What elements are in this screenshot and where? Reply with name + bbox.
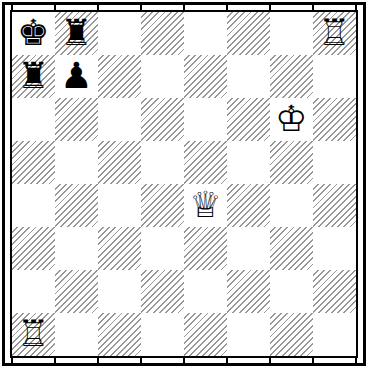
square-g1 (270, 313, 313, 356)
square-c1 (98, 313, 141, 356)
file-boundary-tick (54, 5, 56, 10)
square-e3 (184, 227, 227, 270)
piece-black-rook: ♜ (60, 11, 92, 54)
square-d5 (141, 141, 184, 184)
piece-white-queen: ♕ (189, 183, 221, 226)
square-h2 (313, 270, 356, 313)
square-e2 (184, 270, 227, 313)
square-d6 (141, 98, 184, 141)
square-b5 (55, 141, 98, 184)
piece-white-king: ♔ (275, 97, 307, 140)
square-b4 (55, 184, 98, 227)
square-a4 (12, 184, 55, 227)
piece-black-pawn: ♟ (60, 54, 92, 97)
square-g2 (270, 270, 313, 313)
square-g5 (270, 141, 313, 184)
board-inner-frame: ♚♜♖♜♟♔♕♖ (10, 10, 358, 358)
board-grid: ♚♜♖♜♟♔♕♖ (12, 12, 356, 356)
file-boundary-tick (355, 5, 357, 10)
file-boundary-tick (54, 358, 56, 363)
square-b3 (55, 227, 98, 270)
file-boundary-tick (140, 5, 142, 10)
square-e8 (184, 12, 227, 55)
square-f2 (227, 270, 270, 313)
file-boundary-tick (312, 358, 314, 363)
square-h8: ♖ (313, 12, 356, 55)
square-b8: ♜ (55, 12, 98, 55)
file-boundary-tick (140, 358, 142, 363)
square-d8 (141, 12, 184, 55)
square-c4 (98, 184, 141, 227)
file-boundary-tick (183, 5, 185, 10)
square-a2 (12, 270, 55, 313)
file-boundary-tick (269, 358, 271, 363)
square-a5 (12, 141, 55, 184)
square-b6 (55, 98, 98, 141)
file-boundary-tick (97, 5, 99, 10)
square-a6 (12, 98, 55, 141)
square-f3 (227, 227, 270, 270)
square-h7 (313, 55, 356, 98)
square-c5 (98, 141, 141, 184)
square-h3 (313, 227, 356, 270)
square-b2 (55, 270, 98, 313)
square-f4 (227, 184, 270, 227)
square-h5 (313, 141, 356, 184)
square-d1 (141, 313, 184, 356)
square-a7: ♜ (12, 55, 55, 98)
square-a3 (12, 227, 55, 270)
piece-white-rook: ♖ (318, 11, 350, 54)
piece-white-rook: ♖ (17, 312, 49, 355)
square-f1 (227, 313, 270, 356)
chess-board: ♚♜♖♜♟♔♕♖ (2, 2, 366, 366)
square-e1 (184, 313, 227, 356)
file-boundary-tick (11, 5, 13, 10)
square-f5 (227, 141, 270, 184)
square-b1 (55, 313, 98, 356)
square-d3 (141, 227, 184, 270)
square-g6: ♔ (270, 98, 313, 141)
square-c3 (98, 227, 141, 270)
square-c7 (98, 55, 141, 98)
square-g3 (270, 227, 313, 270)
file-boundary-tick (11, 358, 13, 363)
square-e5 (184, 141, 227, 184)
square-a8: ♚ (12, 12, 55, 55)
diagram-page: ♚♜♖♜♟♔♕♖ (0, 0, 370, 369)
file-boundary-tick (355, 358, 357, 363)
square-e7 (184, 55, 227, 98)
square-d2 (141, 270, 184, 313)
square-d7 (141, 55, 184, 98)
square-g7 (270, 55, 313, 98)
square-c6 (98, 98, 141, 141)
square-a1: ♖ (12, 313, 55, 356)
square-g4 (270, 184, 313, 227)
file-boundary-tick (312, 5, 314, 10)
file-boundary-tick (226, 358, 228, 363)
file-boundary-tick (269, 5, 271, 10)
square-g8 (270, 12, 313, 55)
square-d4 (141, 184, 184, 227)
square-h6 (313, 98, 356, 141)
square-f7 (227, 55, 270, 98)
file-boundary-tick (226, 5, 228, 10)
square-e6 (184, 98, 227, 141)
square-f8 (227, 12, 270, 55)
file-boundary-tick (183, 358, 185, 363)
square-h4 (313, 184, 356, 227)
square-b7: ♟ (55, 55, 98, 98)
square-h1 (313, 313, 356, 356)
piece-black-king: ♚ (17, 11, 49, 54)
piece-black-rook: ♜ (17, 54, 49, 97)
square-f6 (227, 98, 270, 141)
square-c2 (98, 270, 141, 313)
square-c8 (98, 12, 141, 55)
file-boundary-tick (97, 358, 99, 363)
square-e4: ♕ (184, 184, 227, 227)
